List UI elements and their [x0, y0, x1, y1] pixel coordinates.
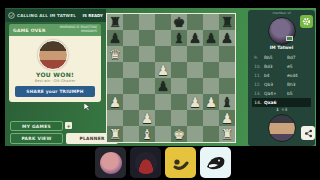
mouse-cursor [84, 103, 90, 111]
banana-hand-icon [171, 153, 191, 173]
promo-banner[interactable]: CALLING ALL IM TATWEL IS READY [5, 9, 106, 22]
square-c7[interactable] [139, 30, 155, 46]
square-c1[interactable]: ♝ [139, 126, 155, 142]
square-f6[interactable] [187, 46, 203, 62]
white-pawn: ♟ [107, 94, 123, 110]
square-c2[interactable]: ♟ [139, 110, 155, 126]
move-row[interactable]: 14.Qxa6 [252, 98, 311, 107]
square-a1[interactable]: ♜ [107, 126, 123, 142]
square-c6[interactable] [139, 46, 155, 62]
move-row[interactable]: 10.Bd3e5 [252, 62, 311, 71]
square-d2[interactable] [155, 110, 171, 126]
square-d4[interactable]: ♟ [155, 78, 171, 94]
right-panel: member of IM Tatwel 9.Bb5Bd710.Bd3e511.b… [248, 10, 315, 146]
black-bishop: ♝ [171, 30, 187, 46]
square-g7[interactable]: ♟ [203, 30, 219, 46]
black-rook: ♜ [107, 14, 123, 30]
square-d5[interactable]: ♟ [155, 62, 171, 78]
square-d3[interactable] [155, 94, 171, 110]
square-b1[interactable] [123, 126, 139, 142]
square-e8[interactable]: ♚ [171, 14, 187, 30]
my-games-badge: + [65, 122, 72, 129]
square-e7[interactable]: ♝ [171, 30, 187, 46]
black-pawn: ♟ [107, 30, 123, 46]
square-f3[interactable]: ♟ [187, 94, 203, 110]
avatar-photo-icon [100, 152, 122, 174]
main-content: CALLING ALL IM TATWEL IS READY GAME OVER… [5, 8, 316, 146]
black-pawn: ♟ [155, 78, 171, 94]
square-h2[interactable]: ♟ [219, 110, 235, 126]
dock-tile-avatar-1[interactable] [95, 147, 126, 178]
share-button[interactable] [301, 126, 315, 140]
square-f5[interactable] [187, 62, 203, 78]
square-f1[interactable] [187, 126, 203, 142]
banner-cta: IS READY [82, 13, 103, 18]
square-e4[interactable] [171, 78, 187, 94]
app-window: CALLING ALL IM TATWEL IS READY GAME OVER… [0, 0, 320, 180]
square-h6[interactable] [219, 46, 235, 62]
square-g8[interactable] [203, 14, 219, 30]
white-pawn: ♟ [203, 94, 219, 110]
move-row[interactable]: 13.Qa4+b5 [252, 89, 311, 98]
gear-icon [302, 17, 311, 26]
square-g6[interactable] [203, 46, 219, 62]
white-pawn: ♟ [155, 62, 171, 78]
move-list: 9.Bb5Bd710.Bd3e511.b4exd412.Qb3Bh313.Qa4… [252, 53, 311, 107]
dock-tile-avatar-2[interactable] [130, 147, 161, 178]
dock-tile-orca[interactable] [200, 147, 231, 178]
white-rook: ♜ [107, 126, 123, 142]
square-h4[interactable] [219, 78, 235, 94]
move-row[interactable]: 9.Bb5Bd7 [252, 53, 311, 62]
square-g3[interactable]: ♟ [203, 94, 219, 110]
black-pawn: ♟ [203, 30, 219, 46]
square-f8[interactable] [187, 14, 203, 30]
player-avatar[interactable] [268, 114, 296, 142]
square-c4[interactable] [139, 78, 155, 94]
square-a6[interactable]: ♛ [107, 46, 123, 62]
square-a3[interactable]: ♟ [107, 94, 123, 110]
square-b8[interactable] [123, 14, 139, 30]
square-a2[interactable] [107, 110, 123, 126]
result-card: YOU WON! Best win · GM-Ghazter SHARE you… [9, 36, 101, 102]
square-a5[interactable] [107, 62, 123, 78]
square-h3[interactable]: ♝ [219, 94, 235, 110]
square-g4[interactable] [203, 78, 219, 94]
square-g2[interactable] [203, 110, 219, 126]
square-c5[interactable] [139, 62, 155, 78]
square-b3[interactable] [123, 94, 139, 110]
move-row[interactable]: 11.b4exd4 [252, 71, 311, 80]
square-a4[interactable] [107, 78, 123, 94]
square-g1[interactable] [203, 126, 219, 142]
square-h8[interactable]: ♜ [219, 14, 235, 30]
opponent-name: IM Tatwel [248, 45, 315, 50]
black-rook: ♜ [219, 14, 235, 30]
game-over-note: MORNING IS ROASTING MONDAYS [57, 26, 97, 33]
square-b4[interactable] [123, 78, 139, 94]
white-queen: ♛ [107, 46, 123, 62]
square-c8[interactable] [139, 14, 155, 30]
park-view-button[interactable]: PARK VIEW [10, 133, 63, 144]
banner-text: CALLING ALL IM TATWEL [17, 13, 76, 18]
orca-icon [205, 153, 227, 173]
square-a8[interactable]: ♜ [107, 14, 123, 30]
square-b7[interactable] [123, 30, 139, 46]
dock-tile-yellow[interactable] [165, 147, 196, 178]
square-b2[interactable] [123, 110, 139, 126]
square-h1[interactable]: ♜ [219, 126, 235, 142]
square-f4[interactable] [187, 78, 203, 94]
square-f2[interactable] [187, 110, 203, 126]
black-bishop: ♝ [219, 94, 235, 110]
white-king: ♚ [171, 126, 187, 142]
square-h7[interactable]: ♟ [219, 30, 235, 46]
material-indicator: ♝ +3 [248, 107, 315, 112]
opponent-flag-badge [286, 36, 293, 41]
square-g5[interactable] [203, 62, 219, 78]
winner-avatar [38, 40, 68, 70]
square-c3[interactable] [139, 94, 155, 110]
share-triumph-button[interactable]: SHARE your TRIUMPH [15, 86, 95, 97]
white-rook: ♜ [219, 126, 235, 142]
square-d6[interactable] [155, 46, 171, 62]
square-b6[interactable] [123, 46, 139, 62]
share-icon [304, 129, 313, 138]
square-a7[interactable]: ♟ [107, 30, 123, 46]
square-e2[interactable] [171, 110, 187, 126]
game-over-header: GAME OVER MORNING IS ROASTING MONDAYS [9, 24, 101, 36]
square-e3[interactable] [171, 94, 187, 110]
game-over-title: GAME OVER [13, 28, 46, 33]
square-f7[interactable]: ♟ [187, 30, 203, 46]
square-d7[interactable] [155, 30, 171, 46]
square-e1[interactable]: ♚ [171, 126, 187, 142]
my-games-button[interactable]: MY GAMES [10, 121, 63, 131]
white-pawn: ♟ [139, 110, 155, 126]
red-hood-avatar-icon [135, 152, 157, 174]
square-h5[interactable] [219, 62, 235, 78]
black-pawn: ♟ [219, 30, 235, 46]
white-bishop: ♝ [139, 126, 155, 142]
result-headline: YOU WON! [9, 71, 101, 78]
settings-button[interactable] [300, 15, 313, 28]
chess-board[interactable]: ♜♚♜♟♝♟♟♟♛♟♟♟♟♟♝♟♟♜♝♚♜ [106, 13, 236, 143]
shield-check-icon [8, 12, 15, 19]
white-pawn: ♟ [187, 94, 203, 110]
square-d1[interactable] [155, 126, 171, 142]
square-b5[interactable] [123, 62, 139, 78]
move-row[interactable]: 12.Qb3Bh3 [252, 80, 311, 89]
square-d8[interactable] [155, 14, 171, 30]
square-e6[interactable] [171, 46, 187, 62]
result-subline: Best win · GM-Ghazter [9, 79, 101, 83]
black-pawn: ♟ [187, 30, 203, 46]
white-pawn: ♟ [219, 110, 235, 126]
black-king: ♚ [171, 14, 187, 30]
square-e5[interactable] [171, 62, 187, 78]
